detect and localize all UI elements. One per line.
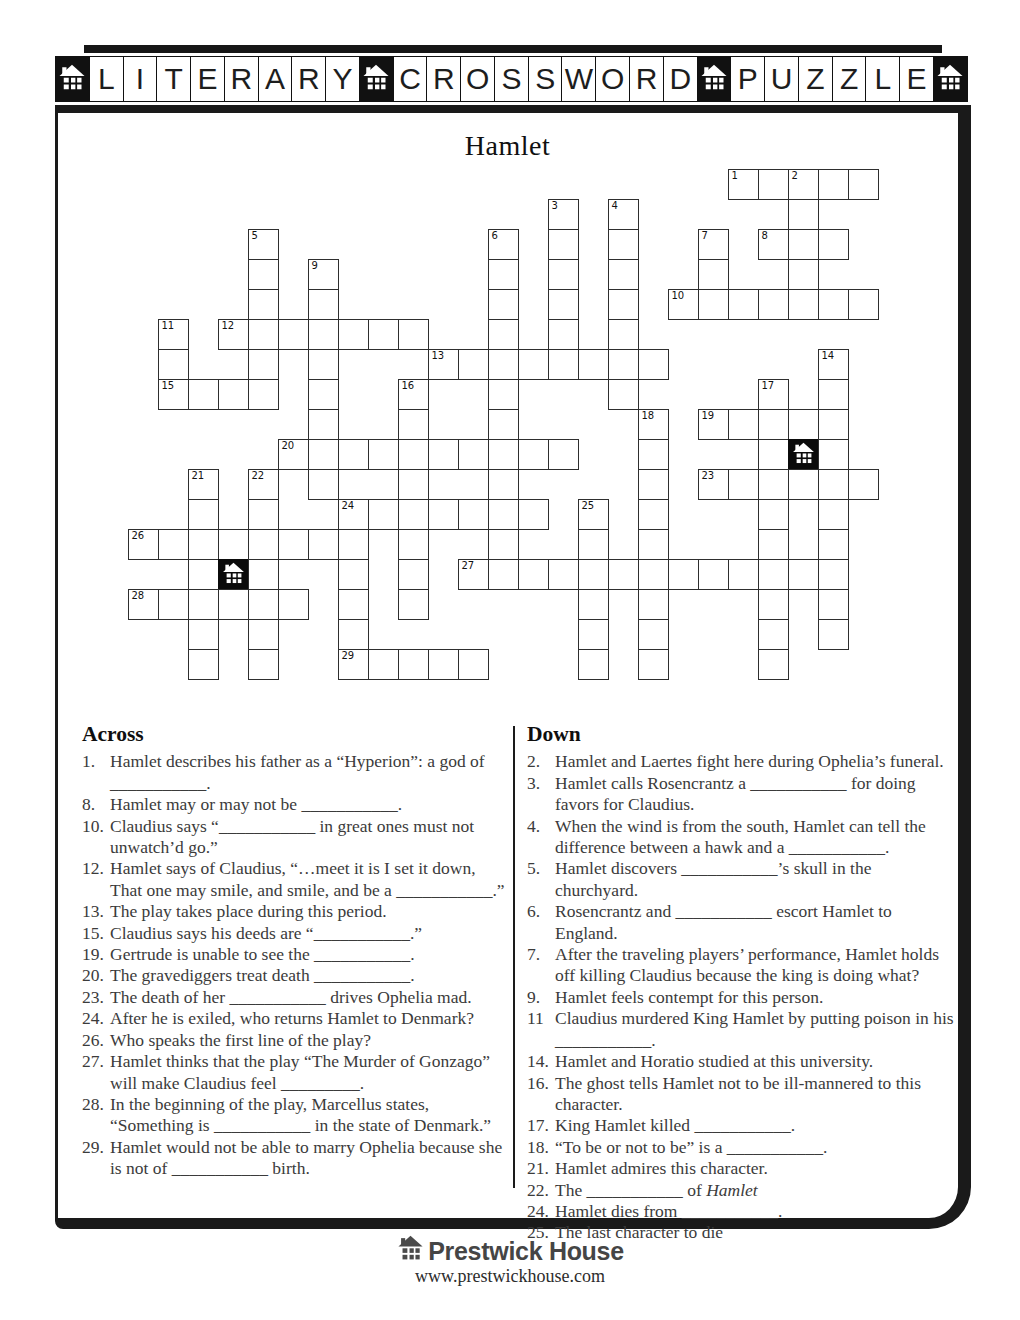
across-clue-list: 1.Hamlet describes his father as a “Hype… [82, 751, 508, 1179]
masthead-top-bar [84, 45, 942, 53]
crossword-cell[interactable] [638, 439, 669, 470]
crossword-cell[interactable] [518, 559, 549, 590]
clue: 10.Claudius says “___________ in great o… [82, 816, 508, 859]
clue: 12.Hamlet says of Claudius, “…meet it is… [82, 858, 508, 901]
crossword-cell[interactable] [248, 349, 279, 380]
crossword-cell[interactable] [818, 589, 849, 620]
crossword-cell[interactable] [578, 349, 609, 380]
cell-number: 5 [252, 230, 258, 242]
clue-number: 20. [82, 965, 110, 986]
cell-number: 21 [192, 470, 205, 482]
clue-text: Hamlet feels contempt for this person. [555, 987, 957, 1008]
banner-house-tile [359, 56, 394, 102]
publisher-url: www.prestwickhouse.com [0, 1266, 1020, 1287]
clue: 2.Hamlet and Laertes fight here during O… [527, 751, 957, 772]
crossword-cell[interactable] [608, 319, 639, 350]
clue-number: 28. [82, 1094, 110, 1115]
clue-number: 29. [82, 1137, 110, 1158]
clue-text: Gertrude is unable to see the __________… [110, 944, 508, 965]
crossword-cell[interactable] [578, 559, 609, 590]
across-heading: Across [82, 724, 508, 745]
crossword-cell[interactable] [818, 409, 849, 440]
crossword-cell[interactable] [308, 409, 339, 440]
crossword-cell[interactable]: 1 [728, 169, 759, 200]
clue: 22.The ___________ of Hamlet [527, 1180, 957, 1201]
crossword-cell[interactable] [728, 289, 759, 320]
crossword-cell[interactable] [308, 349, 339, 380]
crossword-cell[interactable] [818, 529, 849, 560]
clue-text: Who speaks the first line of the play? [110, 1030, 508, 1051]
crossword-cell[interactable]: 5 [248, 229, 279, 260]
clue-number: 4. [527, 816, 555, 837]
crossword-cell[interactable] [698, 259, 729, 290]
crossword-cell[interactable] [818, 619, 849, 650]
crossword-cell[interactable] [638, 589, 669, 620]
clue: 9.Hamlet feels contempt for this person. [527, 987, 957, 1008]
crossword-cell[interactable] [248, 259, 279, 290]
crossword-cell[interactable]: 17 [758, 379, 789, 410]
crossword-cell[interactable] [608, 379, 639, 410]
crossword-cell[interactable] [608, 559, 639, 590]
crossword-cell[interactable] [218, 379, 249, 410]
clue: 1.Hamlet describes his father as a “Hype… [82, 751, 508, 794]
crossword-cell[interactable] [218, 589, 249, 620]
crossword-cell[interactable] [758, 439, 789, 470]
banner-house-tile [55, 56, 90, 102]
clue-text: The play takes place during this period. [110, 901, 508, 922]
clue-text: The ghost tells Hamlet not to be ill-man… [555, 1073, 957, 1116]
clue-number: 11 [527, 1008, 555, 1029]
crossword-cell[interactable] [818, 229, 849, 260]
crossword-cell[interactable] [248, 319, 279, 350]
crossword-cell[interactable] [728, 409, 759, 440]
crossword-cell[interactable] [818, 499, 849, 530]
cell-number: 16 [402, 380, 415, 392]
crossword-cell[interactable] [728, 559, 759, 590]
clue: 29.Hamlet would not be able to marry Oph… [82, 1137, 508, 1180]
crossword-cell[interactable] [248, 379, 279, 410]
crossword-cell[interactable] [338, 619, 369, 650]
crossword-cell[interactable]: 28 [128, 589, 159, 620]
banner-letter-tile: E [190, 56, 225, 102]
crossword-cell[interactable] [518, 439, 549, 470]
crossword-cell[interactable] [788, 469, 819, 500]
clue: 11Claudius murdered King Hamlet by putti… [527, 1008, 957, 1051]
crossword-cell[interactable] [158, 349, 189, 380]
banner-letter-tile: O [595, 56, 630, 102]
clue: 7.After the traveling players’ performan… [527, 944, 957, 987]
house-logo-cell [218, 559, 249, 590]
crossword-cell[interactable] [488, 439, 519, 470]
crossword-cell[interactable] [338, 439, 369, 470]
house-logo-cell [788, 439, 819, 470]
clue-text: Claudius says his deeds are “___________… [110, 923, 508, 944]
crossword-cell[interactable] [338, 589, 369, 620]
house-logo-icon [699, 64, 729, 94]
clue-text: Hamlet may or may not be ___________. [110, 794, 508, 815]
crossword-cell[interactable] [548, 439, 579, 470]
banner-letter-tile: Y [325, 56, 360, 102]
crossword-cell[interactable] [548, 349, 579, 380]
crossword-cell[interactable] [158, 589, 189, 620]
crossword-cell[interactable] [398, 559, 429, 590]
crossword-cell[interactable] [758, 409, 789, 440]
crossword-cell[interactable] [638, 559, 669, 590]
crossword-cell[interactable]: 29 [338, 649, 369, 680]
crossword-cell[interactable] [818, 439, 849, 470]
crossword-cell[interactable] [818, 469, 849, 500]
crossword-cell[interactable] [758, 619, 789, 650]
clue-text: Hamlet thinks that the play “The Murder … [110, 1051, 508, 1094]
cell-number: 7 [702, 230, 708, 242]
clue-number: 15. [82, 923, 110, 944]
crossword-cell[interactable] [758, 649, 789, 680]
crossword-cell[interactable] [398, 439, 429, 470]
crossword-cell[interactable]: 18 [638, 409, 669, 440]
clue-number: 24. [82, 1008, 110, 1029]
crossword-cell[interactable]: 7 [698, 229, 729, 260]
clue-number: 26. [82, 1030, 110, 1051]
crossword-cell[interactable] [698, 559, 729, 590]
crossword-cell[interactable] [398, 529, 429, 560]
crossword-cell[interactable] [518, 349, 549, 380]
banner-letter-tile: C [393, 56, 428, 102]
crossword-cell[interactable] [818, 379, 849, 410]
crossword-cell[interactable] [488, 529, 519, 560]
crossword-cell[interactable] [788, 199, 819, 230]
crossword-cell[interactable] [848, 169, 879, 200]
crossword-cell[interactable] [758, 529, 789, 560]
crossword-cell[interactable] [368, 439, 399, 470]
crossword-cell[interactable] [788, 229, 819, 260]
clue: 6.Rosencrantz and ___________ escort Ham… [527, 901, 957, 944]
crossword-grid: 1234567891011121314151617181920212223242… [128, 169, 878, 679]
crossword-cell[interactable]: 11 [158, 319, 189, 350]
clue: 23.The death of her ___________ drives O… [82, 987, 508, 1008]
clue-number: 19. [82, 944, 110, 965]
crossword-cell[interactable] [488, 259, 519, 290]
clue: 27.Hamlet thinks that the play “The Murd… [82, 1051, 508, 1094]
crossword-cell[interactable] [788, 289, 819, 320]
crossword-cell[interactable]: 12 [218, 319, 249, 350]
clue-text: Hamlet says of Claudius, “…meet it is I … [110, 858, 508, 901]
crossword-cell[interactable] [608, 289, 639, 320]
crossword-cell[interactable] [608, 229, 639, 260]
crossword-cell[interactable] [578, 589, 609, 620]
cell-number: 1 [732, 170, 738, 182]
crossword-cell[interactable] [608, 349, 639, 380]
crossword-cell[interactable] [638, 619, 669, 650]
crossword-cell[interactable] [608, 259, 639, 290]
banner-letter-tile: D [663, 56, 698, 102]
crossword-cell[interactable] [758, 289, 789, 320]
crossword-cell[interactable] [638, 649, 669, 680]
crossword-cell[interactable] [188, 649, 219, 680]
crossword-cell[interactable]: 15 [158, 379, 189, 410]
clue: 13.The play takes place during this peri… [82, 901, 508, 922]
crossword-cell[interactable] [398, 319, 429, 350]
clue-number: 13. [82, 901, 110, 922]
crossword-cell[interactable]: 10 [668, 289, 699, 320]
crossword-cell[interactable] [488, 409, 519, 440]
banner-letter-tile: R [291, 56, 326, 102]
clue: 3.Hamlet calls Rosencrantz a ___________… [527, 773, 957, 816]
crossword-cell[interactable] [458, 349, 489, 380]
crossword-cell[interactable] [458, 439, 489, 470]
crossword-cell[interactable]: 3 [548, 199, 579, 230]
banner-letter-tile: I [123, 56, 158, 102]
crossword-cell[interactable] [398, 499, 429, 530]
cell-number: 23 [702, 470, 715, 482]
crossword-cell[interactable] [338, 559, 369, 590]
crossword-cell[interactable] [248, 619, 279, 650]
crossword-cell[interactable] [818, 169, 849, 200]
crossword-cell[interactable] [458, 649, 489, 680]
crossword-cell[interactable] [338, 529, 369, 560]
clue-text: Hamlet calls Rosencrantz a ___________ f… [555, 773, 957, 816]
crossword-cell[interactable] [638, 499, 669, 530]
cell-number: 8 [762, 230, 768, 242]
banner-letter-tile: S [528, 56, 563, 102]
house-logo-icon [791, 442, 816, 467]
crossword-cell[interactable] [758, 469, 789, 500]
clue: 14.Hamlet and Horatio studied at this un… [527, 1051, 957, 1072]
clue: 15.Claudius says his deeds are “________… [82, 923, 508, 944]
house-logo-icon [361, 64, 391, 94]
crossword-cell[interactable] [638, 469, 669, 500]
crossword-cell[interactable] [818, 289, 849, 320]
page-title: Hamlet [55, 130, 960, 162]
house-logo-icon [57, 64, 87, 94]
cell-number: 4 [612, 200, 618, 212]
crossword-cell[interactable] [188, 589, 219, 620]
crossword-cell[interactable] [308, 379, 339, 410]
crossword-cell[interactable] [698, 289, 729, 320]
clue-text: In the beginning of the play, Marcellus … [110, 1094, 508, 1137]
crossword-cell[interactable] [488, 379, 519, 410]
banner-house-tile [697, 56, 732, 102]
crossword-cell[interactable] [278, 589, 309, 620]
crossword-cell[interactable] [548, 559, 579, 590]
crossword-cell[interactable]: 6 [488, 229, 519, 260]
banner-letter-tile: Z [832, 56, 867, 102]
crossword-cell[interactable]: 9 [308, 259, 339, 290]
clue-text: Hamlet and Laertes fight here during Oph… [555, 751, 957, 772]
crossword-cell[interactable] [488, 349, 519, 380]
crossword-cell[interactable] [368, 499, 399, 530]
clue-number: 6. [527, 901, 555, 922]
crossword-cell[interactable] [638, 529, 669, 560]
banner-letter-tile: O [460, 56, 495, 102]
crossword-cell[interactable] [758, 589, 789, 620]
cell-number: 29 [342, 650, 355, 662]
cell-number: 22 [252, 470, 265, 482]
crossword-cell[interactable] [248, 559, 279, 590]
crossword-cell[interactable] [428, 649, 459, 680]
crossword-cell[interactable] [278, 529, 309, 560]
banner-letter-tile: P [730, 56, 765, 102]
crossword-cell[interactable] [248, 499, 279, 530]
clue: 19.Gertrude is unable to see the _______… [82, 944, 508, 965]
crossword-cell[interactable]: 2 [788, 169, 819, 200]
clue-number: 21. [527, 1158, 555, 1179]
crossword-cell[interactable] [788, 259, 819, 290]
clue: 24.After he is exiled, who returns Hamle… [82, 1008, 508, 1029]
clue-text: “To be or not to be” is a ___________. [555, 1137, 957, 1158]
crossword-cell[interactable] [518, 499, 549, 530]
crossword-cell[interactable] [638, 349, 669, 380]
crossword-cell[interactable]: 26 [128, 529, 159, 560]
crossword-cell[interactable] [578, 619, 609, 650]
crossword-cell[interactable] [788, 409, 819, 440]
cell-number: 25 [582, 500, 595, 512]
banner-letter-tile: L [865, 56, 900, 102]
crossword-cell[interactable]: 24 [338, 499, 369, 530]
cell-number: 18 [642, 410, 655, 422]
crossword-cell[interactable] [758, 499, 789, 530]
cell-number: 3 [552, 200, 558, 212]
crossword-cell[interactable] [488, 469, 519, 500]
crossword-cell[interactable] [758, 169, 789, 200]
clue-text: The ___________ of Hamlet [555, 1180, 957, 1201]
crossword-cell[interactable] [488, 319, 519, 350]
cell-number: 9 [312, 260, 318, 272]
banner-letter-tile: S [494, 56, 529, 102]
crossword-cell[interactable] [488, 289, 519, 320]
crossword-cell[interactable] [548, 259, 579, 290]
cell-number: 11 [162, 320, 175, 332]
crossword-cell[interactable]: 13 [428, 349, 459, 380]
crossword-cell[interactable]: 20 [278, 439, 309, 470]
crossword-cell[interactable] [308, 529, 339, 560]
house-logo-icon [221, 562, 246, 587]
house-logo-icon [935, 64, 965, 94]
crossword-cell[interactable] [188, 379, 219, 410]
cell-number: 19 [702, 410, 715, 422]
clue: 28.In the beginning of the play, Marcell… [82, 1094, 508, 1137]
clue-text: King Hamlet killed ___________. [555, 1115, 957, 1136]
clue-number: 23. [82, 987, 110, 1008]
crossword-cell[interactable] [548, 229, 579, 260]
clue-number: 12. [82, 858, 110, 879]
clue: 20.The gravediggers treat death ________… [82, 965, 508, 986]
crossword-cell[interactable] [578, 529, 609, 560]
crossword-cell[interactable] [248, 289, 279, 320]
crossword-cell[interactable]: 22 [248, 469, 279, 500]
crossword-cell[interactable] [368, 319, 399, 350]
clue-number: 18. [527, 1137, 555, 1158]
crossword-cell[interactable] [488, 499, 519, 530]
clue-number: 17. [527, 1115, 555, 1136]
crossword-cell[interactable]: 4 [608, 199, 639, 230]
crossword-cell[interactable] [398, 589, 429, 620]
banner-letter-tile: R [629, 56, 664, 102]
crossword-cell[interactable] [548, 289, 579, 320]
crossword-cell[interactable] [578, 649, 609, 680]
crossword-cell[interactable] [368, 649, 399, 680]
crossword-cell[interactable] [428, 499, 459, 530]
crossword-cell[interactable] [398, 409, 429, 440]
crossword-cell[interactable] [278, 319, 309, 350]
crossword-cell[interactable]: 27 [458, 559, 489, 590]
crossword-cell[interactable] [428, 439, 459, 470]
clue-text: Rosencrantz and ___________ escort Hamle… [555, 901, 957, 944]
crossword-cell[interactable] [728, 469, 759, 500]
crossword-cell[interactable] [758, 559, 789, 590]
crossword-cell[interactable] [398, 469, 429, 500]
banner-letter-tile: U [764, 56, 799, 102]
crossword-cell[interactable]: 16 [398, 379, 429, 410]
crossword-cell[interactable]: 25 [578, 499, 609, 530]
crossword-cell[interactable] [218, 529, 249, 560]
banner-letter-tile: L [89, 56, 124, 102]
clue-text: Hamlet describes his father as a “Hyperi… [110, 751, 508, 794]
crossword-cell[interactable] [398, 649, 429, 680]
clue: 5.Hamlet discovers ___________’s skull i… [527, 858, 957, 901]
crossword-cell[interactable]: 23 [698, 469, 729, 500]
clue-text: Hamlet dies from ___________. [555, 1201, 957, 1222]
crossword-cell[interactable] [848, 289, 879, 320]
cell-number: 20 [282, 440, 295, 452]
clue-text: Hamlet would not be able to marry Opheli… [110, 1137, 508, 1180]
crossword-cell[interactable] [308, 289, 339, 320]
clue-number: 10. [82, 816, 110, 837]
crossword-cell[interactable] [848, 469, 879, 500]
clue-number: 3. [527, 773, 555, 794]
clue-text: When the wind is from the south, Hamlet … [555, 816, 957, 859]
crossword-cell[interactable] [668, 559, 699, 590]
crossword-cell[interactable] [188, 529, 219, 560]
banner-letter-tile: A [258, 56, 293, 102]
clue: 21.Hamlet admires this character. [527, 1158, 957, 1179]
literary-crossword-puzzle-banner: LITERARYCROSSWORDPUZZLE [55, 56, 968, 102]
clue: 18.“To be or not to be” is a ___________… [527, 1137, 957, 1158]
crossword-cell[interactable]: 14 [818, 349, 849, 380]
clue: 4.When the wind is from the south, Hamle… [527, 816, 957, 859]
publisher-name: Prestwick House [428, 1237, 624, 1266]
clue-text: Hamlet and Horatio studied at this unive… [555, 1051, 957, 1072]
banner-house-tile [933, 56, 968, 102]
across-clues: Across 1.Hamlet describes his father as … [82, 724, 508, 1180]
crossword-cell[interactable] [248, 529, 279, 560]
crossword-cell[interactable] [338, 319, 369, 350]
crossword-cell[interactable] [188, 559, 219, 590]
crossword-cell[interactable] [308, 469, 339, 500]
clue-number: 24. [527, 1201, 555, 1222]
crossword-cell[interactable] [308, 319, 339, 350]
clue-number: 9. [527, 987, 555, 1008]
cell-number: 24 [342, 500, 355, 512]
crossword-cell[interactable] [308, 439, 339, 470]
crossword-cell[interactable] [818, 559, 849, 590]
crossword-cell[interactable] [248, 649, 279, 680]
crossword-cell[interactable] [158, 529, 189, 560]
cell-number: 12 [222, 320, 235, 332]
crossword-cell[interactable]: 8 [758, 229, 789, 260]
down-clue-list: 2.Hamlet and Laertes fight here during O… [527, 751, 957, 1243]
crossword-cell[interactable]: 19 [698, 409, 729, 440]
crossword-cell[interactable] [548, 319, 579, 350]
crossword-cell[interactable] [458, 499, 489, 530]
crossword-cell[interactable] [188, 499, 219, 530]
crossword-cell[interactable] [188, 619, 219, 650]
clue-text: Hamlet discovers ___________’s skull in … [555, 858, 957, 901]
crossword-cell[interactable] [488, 559, 519, 590]
crossword-cell[interactable] [248, 589, 279, 620]
cell-number: 2 [792, 170, 798, 182]
crossword-cell[interactable]: 21 [188, 469, 219, 500]
crossword-cell[interactable] [788, 559, 819, 590]
